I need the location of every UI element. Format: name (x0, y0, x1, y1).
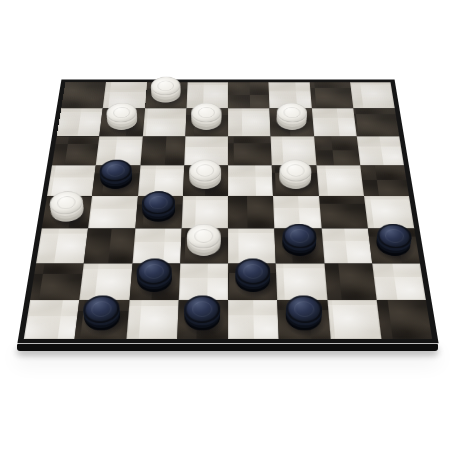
black-piece[interactable] (282, 234, 317, 258)
black-piece[interactable] (142, 201, 176, 224)
board-edge (17, 344, 438, 351)
board-scene (0, 0, 450, 450)
white-piece[interactable] (49, 201, 85, 224)
square-r8c2[interactable] (75, 300, 129, 339)
square-r5c5[interactable] (228, 196, 275, 229)
square-r2c7[interactable] (311, 108, 356, 136)
square-r1c1[interactable] (61, 82, 106, 108)
square-r8c8[interactable] (376, 300, 432, 339)
white-piece[interactable] (279, 170, 312, 192)
square-r8c5[interactable] (228, 300, 279, 339)
square-r4c8[interactable] (360, 165, 409, 196)
square-r6c6[interactable] (275, 229, 324, 264)
square-r4c5[interactable] (228, 165, 273, 196)
square-r1c3[interactable] (145, 82, 188, 108)
white-piece[interactable] (192, 112, 222, 132)
black-piece[interactable] (137, 268, 173, 294)
square-r3c3[interactable] (140, 136, 185, 165)
square-r2c8[interactable] (353, 108, 399, 136)
square-r8c6[interactable] (277, 300, 330, 339)
square-r1c5[interactable] (228, 82, 270, 108)
square-r7c5[interactable] (228, 263, 277, 300)
square-r6c2[interactable] (84, 229, 135, 264)
square-r8c7[interactable] (327, 300, 381, 339)
white-piece[interactable] (190, 170, 222, 192)
square-r7c6[interactable] (276, 263, 327, 300)
black-piece[interactable] (185, 305, 221, 333)
white-piece[interactable] (187, 234, 221, 258)
square-r4c2[interactable] (92, 165, 140, 196)
square-r2c5[interactable] (228, 108, 271, 136)
square-r7c1[interactable] (30, 263, 84, 300)
square-r8c4[interactable] (177, 300, 228, 339)
square-r5c3[interactable] (135, 196, 183, 229)
square-r4c4[interactable] (183, 165, 228, 196)
checkers-board (17, 79, 438, 343)
board-grid (24, 82, 432, 339)
square-r5c1[interactable] (42, 196, 93, 229)
square-r6c7[interactable] (321, 229, 372, 264)
square-r6c1[interactable] (36, 229, 88, 264)
square-r7c7[interactable] (324, 263, 376, 300)
white-piece[interactable] (151, 86, 181, 105)
square-r8c3[interactable] (126, 300, 179, 339)
square-r7c8[interactable] (372, 263, 426, 300)
square-r5c7[interactable] (319, 196, 368, 229)
square-r3c5[interactable] (228, 136, 272, 165)
square-r6c4[interactable] (180, 229, 228, 264)
black-piece[interactable] (375, 234, 412, 258)
square-r8c1[interactable] (24, 300, 80, 339)
black-piece[interactable] (99, 170, 133, 192)
square-r6c8[interactable] (368, 229, 420, 264)
square-r7c4[interactable] (179, 263, 228, 300)
square-r2c4[interactable] (185, 108, 228, 136)
square-r1c7[interactable] (309, 82, 353, 108)
square-r3c7[interactable] (314, 136, 360, 165)
square-r7c3[interactable] (129, 263, 180, 300)
square-r3c1[interactable] (52, 136, 100, 165)
square-r4c6[interactable] (272, 165, 319, 196)
black-piece[interactable] (235, 268, 270, 294)
black-piece[interactable] (285, 305, 322, 333)
square-r2c2[interactable] (100, 108, 145, 136)
white-piece[interactable] (276, 112, 307, 132)
black-piece[interactable] (83, 305, 121, 333)
square-r2c3[interactable] (142, 108, 186, 136)
page-background: { "game": "checkers", "board": { "rows":… (0, 0, 450, 450)
white-piece[interactable] (106, 112, 138, 132)
square-r4c7[interactable] (316, 165, 364, 196)
square-r7c2[interactable] (80, 263, 132, 300)
square-r3c8[interactable] (356, 136, 404, 165)
square-r2c1[interactable] (57, 108, 103, 136)
square-r1c8[interactable] (350, 82, 395, 108)
square-r2c6[interactable] (270, 108, 314, 136)
square-r5c2[interactable] (88, 196, 137, 229)
